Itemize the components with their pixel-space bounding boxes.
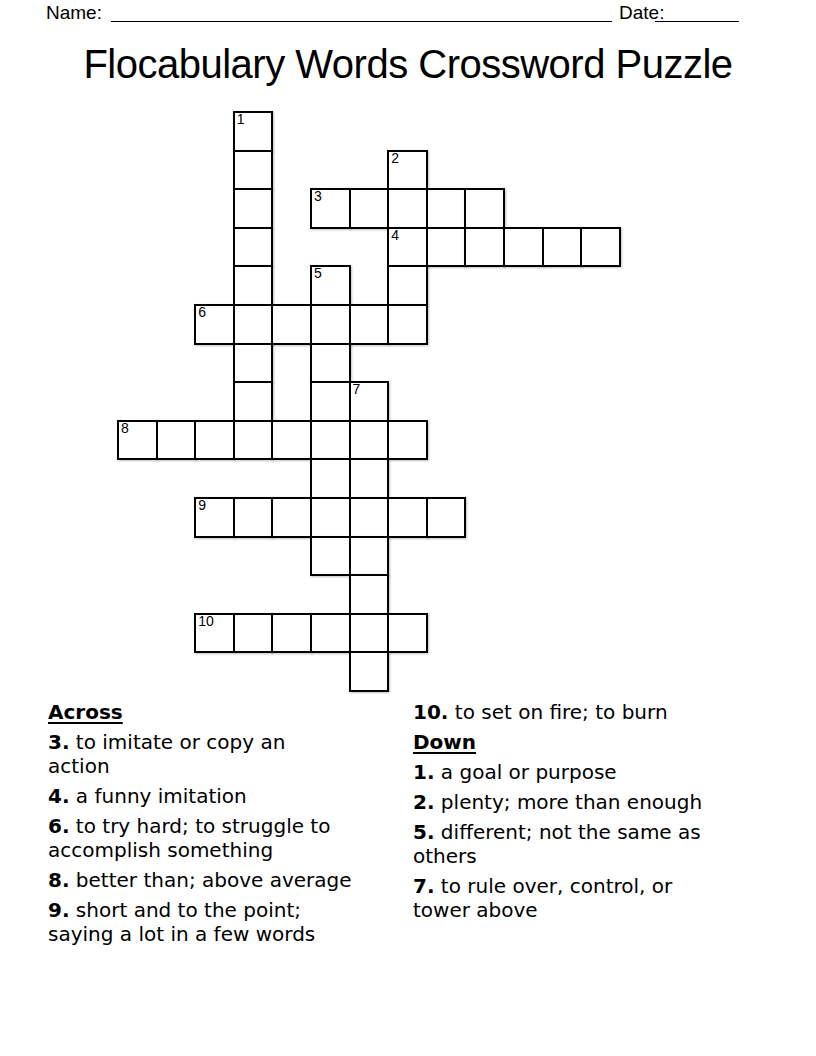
- grid-cell-r2c5[interactable]: 3: [310, 188, 351, 229]
- grid-cell-r13c7[interactable]: [387, 613, 428, 654]
- down-heading: Down: [413, 730, 745, 754]
- grid-cell-r3c3[interactable]: [233, 227, 274, 268]
- grid-cell-r2c6[interactable]: [349, 188, 390, 229]
- across-clues-overflow: 10. to set on fire; to burn: [413, 700, 745, 724]
- name-label: Name:: [46, 3, 102, 23]
- grid-cell-r5c4[interactable]: [271, 304, 312, 345]
- date-input-line[interactable]: [655, 4, 739, 22]
- grid-cell-r13c6[interactable]: [349, 613, 390, 654]
- page-title: Flocabulary Words Crossword Puzzle: [0, 40, 816, 88]
- grid-cell-r13c4[interactable]: [271, 613, 312, 654]
- clue-number-5: 5: [314, 266, 322, 281]
- grid-cell-r3c7[interactable]: 4: [387, 227, 428, 268]
- clue-number-1: 1: [237, 112, 245, 127]
- grid-cell-r8c2[interactable]: [194, 420, 235, 461]
- grid-cell-r3c12[interactable]: [580, 227, 621, 268]
- clue-7: 7. to rule over, control, or tower above: [413, 874, 745, 922]
- grid-cell-r8c0[interactable]: 8: [117, 420, 158, 461]
- grid-cell-r12c6[interactable]: [349, 574, 390, 615]
- grid-cell-r8c4[interactable]: [271, 420, 312, 461]
- grid-cell-r10c4[interactable]: [271, 497, 312, 538]
- grid-cell-r10c2[interactable]: 9: [194, 497, 235, 538]
- grid-cell-r4c3[interactable]: [233, 265, 274, 306]
- grid-cell-r2c3[interactable]: [233, 188, 274, 229]
- name-input-line[interactable]: [111, 4, 612, 22]
- clue-number-6: 6: [198, 305, 206, 320]
- clue-number-8: 8: [121, 421, 129, 436]
- down-clues-column: 10. to set on fire; to burn Down 1. a go…: [413, 700, 745, 928]
- grid-cell-r10c3[interactable]: [233, 497, 274, 538]
- grid-cell-r13c2[interactable]: 10: [194, 613, 235, 654]
- grid-cell-r14c6[interactable]: [349, 651, 390, 692]
- grid-cell-r10c7[interactable]: [387, 497, 428, 538]
- grid-cell-r5c2[interactable]: 6: [194, 304, 235, 345]
- clue-5: 5. different; not the same as others: [413, 820, 745, 868]
- grid-cell-r8c6[interactable]: [349, 420, 390, 461]
- grid-cell-r7c6[interactable]: 7: [349, 381, 390, 422]
- grid-cell-r6c5[interactable]: [310, 343, 351, 384]
- clue-number-2: 2: [391, 151, 399, 166]
- grid-cell-r11c5[interactable]: [310, 536, 351, 577]
- grid-cell-r13c3[interactable]: [233, 613, 274, 654]
- clue-10: 10. to set on fire; to burn: [413, 700, 745, 724]
- grid-cell-r4c5[interactable]: 5: [310, 265, 351, 306]
- grid-cell-r7c5[interactable]: [310, 381, 351, 422]
- clue-6: 6. to try hard; to struggle to accomplis…: [48, 814, 360, 862]
- clue-number-7: 7: [353, 382, 361, 397]
- clue-number-3: 3: [314, 189, 322, 204]
- grid-cell-r5c7[interactable]: [387, 304, 428, 345]
- clue-3: 3. to imitate or copy an action: [48, 730, 360, 778]
- down-clues-list: 1. a goal or purpose2. plenty; more than…: [413, 760, 745, 922]
- grid-cell-r11c6[interactable]: [349, 536, 390, 577]
- clue-2: 2. plenty; more than enough: [413, 790, 745, 814]
- grid-cell-r0c3[interactable]: 1: [233, 111, 274, 152]
- grid-cell-r1c7[interactable]: 2: [387, 150, 428, 191]
- across-heading: Across: [48, 700, 360, 724]
- clue-1: 1. a goal or purpose: [413, 760, 745, 784]
- grid-cell-r2c8[interactable]: [426, 188, 467, 229]
- grid-cell-r9c6[interactable]: [349, 458, 390, 499]
- grid-cell-r2c9[interactable]: [464, 188, 505, 229]
- grid-cell-r5c3[interactable]: [233, 304, 274, 345]
- grid-cell-r3c8[interactable]: [426, 227, 467, 268]
- grid-cell-r8c7[interactable]: [387, 420, 428, 461]
- grid-cell-r8c3[interactable]: [233, 420, 274, 461]
- clue-number-9: 9: [198, 498, 206, 513]
- grid-cell-r2c7[interactable]: [387, 188, 428, 229]
- grid-cell-r3c9[interactable]: [464, 227, 505, 268]
- clue-4: 4. a funny imitation: [48, 784, 360, 808]
- grid-cell-r5c5[interactable]: [310, 304, 351, 345]
- grid-cell-r8c5[interactable]: [310, 420, 351, 461]
- grid-cell-r3c10[interactable]: [503, 227, 544, 268]
- grid-cell-r10c8[interactable]: [426, 497, 467, 538]
- grid-cell-r3c11[interactable]: [542, 227, 583, 268]
- grid-cell-r5c6[interactable]: [349, 304, 390, 345]
- across-clues-list: 3. to imitate or copy an action4. a funn…: [48, 730, 360, 946]
- grid-cell-r10c6[interactable]: [349, 497, 390, 538]
- across-clues-column: Across 3. to imitate or copy an action4.…: [48, 700, 360, 952]
- clue-8: 8. better than; above average: [48, 868, 360, 892]
- grid-cell-r6c3[interactable]: [233, 343, 274, 384]
- clue-number-10: 10: [198, 614, 214, 629]
- crossword-grid: 12345678910: [117, 111, 623, 694]
- grid-cell-r10c5[interactable]: [310, 497, 351, 538]
- grid-cell-r8c1[interactable]: [156, 420, 197, 461]
- grid-cell-r1c3[interactable]: [233, 150, 274, 191]
- clue-number-4: 4: [391, 228, 399, 243]
- grid-cell-r9c5[interactable]: [310, 458, 351, 499]
- grid-cell-r7c3[interactable]: [233, 381, 274, 422]
- clue-9: 9. short and to the point; saying a lot …: [48, 898, 360, 946]
- grid-cell-r13c5[interactable]: [310, 613, 351, 654]
- worksheet-page: Name: Date: Flocabulary Words Crossword …: [0, 0, 816, 1056]
- grid-cell-r4c7[interactable]: [387, 265, 428, 306]
